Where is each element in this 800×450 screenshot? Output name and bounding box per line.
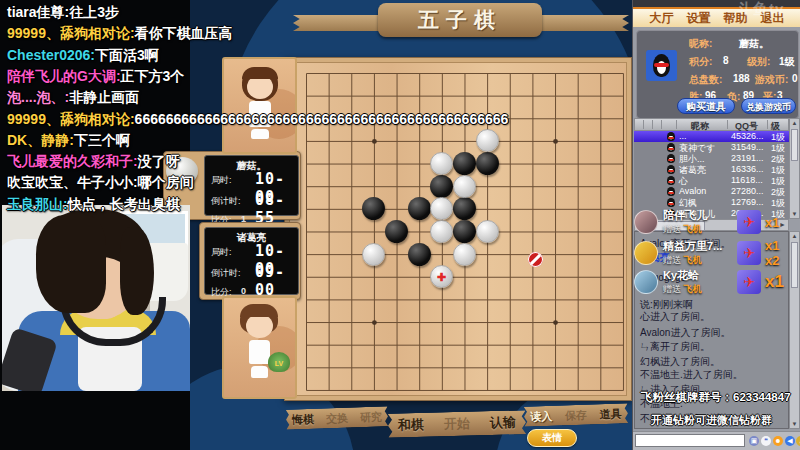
hair-right: [120, 227, 154, 315]
smiley-icon[interactable]: ☻: [773, 436, 783, 446]
room-chat-line: Avalon进入了房间。: [640, 326, 730, 340]
buy-props-button[interactable]: 购买道具: [677, 98, 735, 114]
penguin-icon: [667, 132, 675, 141]
room-chat-line: 幻枫进入了房间。: [640, 355, 720, 369]
penguin-icon: [667, 143, 675, 152]
player-list-row[interactable]: 心11618...1级: [634, 175, 789, 186]
white-stone: [476, 129, 499, 152]
menu-ribbon-left: 悔棋 交换 研究: [286, 406, 389, 430]
room-chat-line: 心进入了房间。: [640, 310, 710, 324]
player-list-row[interactable]: 诸葛亮16336...1级: [634, 164, 789, 175]
draw-button[interactable]: 和棋: [398, 416, 424, 435]
gift-notification: 精益万里7... 赠送 飞机 ✈ x1x2: [634, 238, 792, 268]
level-value: 1级: [779, 55, 795, 69]
webcam-video: [2, 205, 190, 391]
black-stone: [453, 220, 476, 243]
fan-group-overlay: 飞粉丝棋牌群号：623344847: [641, 390, 791, 405]
white-stone: [362, 243, 385, 266]
player-list-row[interactable]: 幻枫12769...1级: [634, 197, 789, 208]
penguin-icon: [667, 154, 675, 163]
black-stone: [453, 197, 476, 220]
penguin-icon: [667, 165, 675, 174]
white-stone-bowl-icon: [166, 157, 198, 185]
gift-plane-icon: ✈: [737, 210, 761, 234]
player-list-header: 昵称 QQ号 级别: [634, 118, 789, 131]
gift-plane-icon: ✈: [737, 241, 761, 265]
game-title: 五子棋: [418, 6, 502, 34]
penguin-icon: [667, 176, 675, 185]
white-stone: [453, 175, 476, 198]
room-chat-line: ㄣ离开了房间。: [640, 340, 710, 354]
horn-icon[interactable]: ◀: [785, 436, 795, 446]
props-button[interactable]: 道具: [599, 406, 622, 422]
chat-input[interactable]: [635, 434, 745, 447]
player-list-row[interactable]: 衰神です31549...1级: [634, 142, 789, 153]
top-player-avatar: [222, 57, 297, 154]
nick-label: 昵称:: [689, 37, 712, 51]
player-list: ...45326...1级 衰神です31549...1级 胆小...23191.…: [634, 131, 789, 219]
list-scrollbar[interactable]: ▲ ▼: [789, 118, 800, 219]
menu-settings[interactable]: 设置: [687, 10, 711, 27]
menu-ribbon-center: 和棋 开始 认输: [388, 410, 527, 438]
nick-value: 蘑菇。: [739, 37, 769, 51]
black-stone: [453, 152, 476, 175]
gift-plane-icon: ✈: [737, 270, 761, 294]
gift-notification: 陪伴飞儿 赠送 飞机 ✈ x1: [634, 208, 792, 236]
gift-sender-avatar: [634, 241, 658, 265]
vip-fan-overlay: 开通钻粉可进微信钻粉群: [651, 413, 772, 428]
penguin-icon: [667, 187, 675, 196]
player-list-row[interactable]: 胆小...23191...2级: [634, 153, 789, 164]
chat-input-bar: ▣ ❝ ☻ ◀ ⚷ ◉: [633, 431, 800, 450]
exchange-coins-button[interactable]: 兑换游戏币: [741, 98, 796, 114]
black-stone: [408, 197, 431, 220]
level-label: 级别:: [747, 55, 770, 69]
qq-penguin-avatar: [646, 50, 677, 81]
penguin-icon: [667, 198, 675, 207]
games-label: 总盘数:: [689, 73, 722, 87]
black-stone: [408, 243, 431, 266]
player-list-row[interactable]: Avalon27280...2级: [634, 186, 789, 197]
gomoku-board[interactable]: ✚: [284, 57, 632, 401]
white-stone: [430, 220, 453, 243]
emote-button[interactable]: 表情: [527, 429, 577, 447]
undo-button[interactable]: 悔棋: [292, 411, 315, 427]
black-stone: [430, 175, 453, 198]
right-panel: 大厅 设置 帮助 退出 斗鱼tv 昵称: 蘑菇。 积分: 8 级别: 1级 总盘…: [632, 0, 800, 450]
white-stone: [430, 197, 453, 220]
score-label: 积分:: [689, 55, 712, 69]
lv-plant-badge: LV: [268, 352, 290, 372]
games-value: 188: [733, 73, 750, 84]
resign-button[interactable]: 认输: [490, 413, 516, 432]
forbidden-move-icon: [528, 252, 543, 267]
bottom-player-timer: 诸葛亮 局时: 10-00 倒计时: 09-00 比分: 0: [204, 227, 299, 295]
swap-button[interactable]: 交换: [326, 410, 349, 426]
profile-card: 昵称: 蘑菇。 积分: 8 级别: 1级 总盘数: 188 游戏币: 0 胜: …: [636, 30, 799, 119]
save-button[interactable]: 保存: [565, 407, 588, 423]
start-button[interactable]: 开始: [444, 415, 470, 434]
black-stone: [385, 220, 408, 243]
white-stone: [430, 152, 453, 175]
black-stone: [362, 197, 385, 220]
top-player-timer: 蘑菇。 局时: 10-00 倒计时: 08-55 比分: 1: [204, 155, 299, 216]
coins-value: 0: [792, 73, 798, 84]
black-stone: [476, 152, 499, 175]
menu-lobby[interactable]: 大厅: [650, 10, 674, 27]
last-move-marker: ✚: [437, 272, 446, 283]
player-list-row[interactable]: ...45326...1级: [634, 131, 789, 142]
countdown-label: 倒计时:: [211, 268, 241, 278]
room-chat-line: 不温地主.进入了房间。: [640, 368, 743, 382]
board-field: ✚: [289, 62, 627, 396]
stream-watermark: 斗鱼tv: [737, 0, 800, 19]
hair-left: [36, 215, 106, 313]
screenshot-root: 五子棋 ✚ 悔棋 交换 研究 和棋 开始 认输 读入 保存 道具 表情 蘑菇。 …: [0, 0, 800, 450]
menu-ribbon-right: 读入 保存 道具: [524, 403, 629, 427]
title-ribbon: 五子棋: [378, 3, 542, 37]
gift-sender-avatar: [634, 210, 658, 234]
score-value: 8: [723, 55, 729, 66]
study-button[interactable]: 研究: [360, 409, 383, 425]
speech-bubble-icon[interactable]: ❝: [761, 436, 771, 446]
load-button[interactable]: 读入: [530, 408, 553, 424]
time-label: 局时:: [211, 175, 232, 185]
bottom-player-score: 0: [241, 286, 246, 296]
white-stone: [476, 220, 499, 243]
bottom-player-avatar: [222, 296, 297, 399]
key-icon[interactable]: ⚷: [796, 436, 800, 446]
countdown-label: 倒计时:: [211, 196, 241, 206]
gift-sender-avatar: [634, 270, 658, 294]
stones-layer: ✚: [290, 63, 626, 395]
gift-notification: Ky花蛤 赠送 飞机 ✈ x1: [634, 268, 792, 296]
coins-label: 游戏币:: [755, 73, 788, 87]
white-stone: [453, 243, 476, 266]
image-icon[interactable]: ▣: [749, 436, 759, 446]
time-label: 局时:: [211, 247, 232, 257]
